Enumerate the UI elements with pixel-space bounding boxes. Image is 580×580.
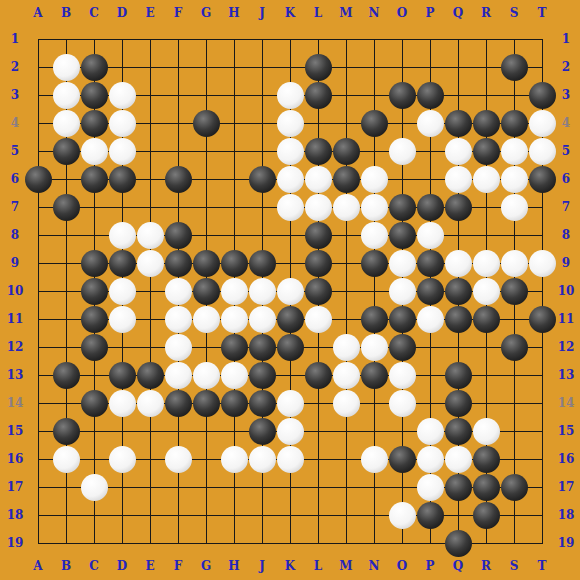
col-label-top-M: M <box>335 6 357 20</box>
stone-black-J9[interactable] <box>249 250 276 277</box>
stone-white-K16[interactable] <box>277 446 304 473</box>
stone-black-S2[interactable] <box>501 54 528 81</box>
stone-black-E13[interactable] <box>137 362 164 389</box>
stone-black-G9[interactable] <box>193 250 220 277</box>
stone-white-M13[interactable] <box>333 362 360 389</box>
stone-white-N8[interactable] <box>361 222 388 249</box>
stone-white-F11[interactable] <box>165 306 192 333</box>
row-label-right-3: 3 <box>555 88 577 102</box>
stone-white-P4[interactable] <box>417 110 444 137</box>
row-label-left-19: 19 <box>4 536 26 550</box>
stone-white-C5[interactable] <box>81 138 108 165</box>
stone-black-L8[interactable] <box>305 222 332 249</box>
stone-white-G13[interactable] <box>193 362 220 389</box>
stone-white-S7[interactable] <box>501 194 528 221</box>
stone-white-F10[interactable] <box>165 278 192 305</box>
stone-black-F9[interactable] <box>165 250 192 277</box>
stone-white-S9[interactable] <box>501 250 528 277</box>
col-label-top-K: K <box>279 6 301 20</box>
stone-black-F14[interactable] <box>165 390 192 417</box>
stone-black-Q11[interactable] <box>445 306 472 333</box>
col-label-top-B: B <box>55 6 77 20</box>
row-label-left-12: 12 <box>4 340 26 354</box>
stone-white-P8[interactable] <box>417 222 444 249</box>
stone-black-D6[interactable] <box>109 166 136 193</box>
col-label-top-Q: Q <box>447 6 469 20</box>
stone-black-H9[interactable] <box>221 250 248 277</box>
col-label-bottom-A: A <box>27 559 49 573</box>
col-label-bottom-O: O <box>391 559 413 573</box>
stone-black-S4[interactable] <box>501 110 528 137</box>
col-label-top-F: F <box>167 6 189 20</box>
stone-white-P16[interactable] <box>417 446 444 473</box>
stone-black-K12[interactable] <box>277 334 304 361</box>
col-label-bottom-Q: Q <box>447 559 469 573</box>
col-label-bottom-K: K <box>279 559 301 573</box>
stone-black-P7[interactable] <box>417 194 444 221</box>
stone-white-O5[interactable] <box>389 138 416 165</box>
stone-black-G14[interactable] <box>193 390 220 417</box>
stone-white-O13[interactable] <box>389 362 416 389</box>
stone-white-H13[interactable] <box>221 362 248 389</box>
stone-white-N6[interactable] <box>361 166 388 193</box>
stone-black-Q19[interactable] <box>445 530 472 557</box>
col-label-bottom-L: L <box>307 559 329 573</box>
col-label-bottom-G: G <box>195 559 217 573</box>
stone-white-J16[interactable] <box>249 446 276 473</box>
stone-black-S17[interactable] <box>501 474 528 501</box>
stone-black-J15[interactable] <box>249 418 276 445</box>
stone-black-S12[interactable] <box>501 334 528 361</box>
col-label-top-S: S <box>503 6 525 20</box>
row-label-right-7: 7 <box>555 200 577 214</box>
stone-white-J11[interactable] <box>249 306 276 333</box>
stone-white-D14[interactable] <box>109 390 136 417</box>
stone-white-D8[interactable] <box>109 222 136 249</box>
stone-white-F13[interactable] <box>165 362 192 389</box>
stone-white-N12[interactable] <box>361 334 388 361</box>
stone-black-Q4[interactable] <box>445 110 472 137</box>
stone-black-O3[interactable] <box>389 82 416 109</box>
stone-white-F16[interactable] <box>165 446 192 473</box>
stone-black-R5[interactable] <box>473 138 500 165</box>
col-label-top-P: P <box>419 6 441 20</box>
stone-white-T9[interactable] <box>529 250 556 277</box>
row-label-left-8: 8 <box>4 228 26 242</box>
stone-black-C10[interactable] <box>81 278 108 305</box>
stone-black-R16[interactable] <box>473 446 500 473</box>
stone-white-P17[interactable] <box>417 474 444 501</box>
stone-white-M14[interactable] <box>333 390 360 417</box>
row-label-left-9: 9 <box>4 256 26 270</box>
stone-white-Q5[interactable] <box>445 138 472 165</box>
stone-black-B7[interactable] <box>53 194 80 221</box>
stone-black-N4[interactable] <box>361 110 388 137</box>
stone-black-C11[interactable] <box>81 306 108 333</box>
stone-white-H10[interactable] <box>221 278 248 305</box>
row-label-left-6: 6 <box>4 172 26 186</box>
stone-white-D10[interactable] <box>109 278 136 305</box>
row-label-right-1: 1 <box>555 32 577 46</box>
col-label-bottom-H: H <box>223 559 245 573</box>
row-label-right-18: 18 <box>555 508 577 522</box>
stone-black-L3[interactable] <box>305 82 332 109</box>
stone-black-C2[interactable] <box>81 54 108 81</box>
stone-white-R15[interactable] <box>473 418 500 445</box>
row-label-right-2: 2 <box>555 60 577 74</box>
stone-black-O12[interactable] <box>389 334 416 361</box>
col-label-top-N: N <box>363 6 385 20</box>
stone-white-H16[interactable] <box>221 446 248 473</box>
row-label-left-7: 7 <box>4 200 26 214</box>
stone-white-K5[interactable] <box>277 138 304 165</box>
col-label-top-J: J <box>251 6 273 20</box>
stone-black-C3[interactable] <box>81 82 108 109</box>
stone-white-E8[interactable] <box>137 222 164 249</box>
stone-black-L10[interactable] <box>305 278 332 305</box>
stone-white-B3[interactable] <box>53 82 80 109</box>
col-label-top-L: L <box>307 6 329 20</box>
stone-white-B16[interactable] <box>53 446 80 473</box>
row-label-right-16: 16 <box>555 452 577 466</box>
stone-white-K4[interactable] <box>277 110 304 137</box>
col-label-bottom-M: M <box>335 559 357 573</box>
stone-white-D11[interactable] <box>109 306 136 333</box>
stone-white-B4[interactable] <box>53 110 80 137</box>
stone-white-P11[interactable] <box>417 306 444 333</box>
stone-white-J10[interactable] <box>249 278 276 305</box>
stone-white-K6[interactable] <box>277 166 304 193</box>
col-label-top-O: O <box>391 6 413 20</box>
col-label-bottom-D: D <box>111 559 133 573</box>
stone-black-L2[interactable] <box>305 54 332 81</box>
stone-black-G4[interactable] <box>193 110 220 137</box>
stone-black-J6[interactable] <box>249 166 276 193</box>
row-label-right-6: 6 <box>555 172 577 186</box>
col-label-bottom-C: C <box>83 559 105 573</box>
stone-black-C12[interactable] <box>81 334 108 361</box>
stone-white-R9[interactable] <box>473 250 500 277</box>
stone-black-G10[interactable] <box>193 278 220 305</box>
col-label-top-A: A <box>27 6 49 20</box>
stone-white-K3[interactable] <box>277 82 304 109</box>
stone-black-B13[interactable] <box>53 362 80 389</box>
row-label-left-3: 3 <box>4 88 26 102</box>
stone-black-Q10[interactable] <box>445 278 472 305</box>
col-label-top-T: T <box>531 6 553 20</box>
stone-white-N16[interactable] <box>361 446 388 473</box>
stone-white-E14[interactable] <box>137 390 164 417</box>
stone-black-C4[interactable] <box>81 110 108 137</box>
stone-black-R17[interactable] <box>473 474 500 501</box>
row-label-left-1: 1 <box>4 32 26 46</box>
stone-black-H14[interactable] <box>221 390 248 417</box>
stone-black-L5[interactable] <box>305 138 332 165</box>
stone-black-R11[interactable] <box>473 306 500 333</box>
stone-white-F12[interactable] <box>165 334 192 361</box>
stone-black-J12[interactable] <box>249 334 276 361</box>
stone-black-D9[interactable] <box>109 250 136 277</box>
col-label-top-G: G <box>195 6 217 20</box>
stone-white-Q9[interactable] <box>445 250 472 277</box>
stone-black-J14[interactable] <box>249 390 276 417</box>
stone-black-O11[interactable] <box>389 306 416 333</box>
row-label-right-19: 19 <box>555 536 577 550</box>
stone-black-F8[interactable] <box>165 222 192 249</box>
row-label-left-2: 2 <box>4 60 26 74</box>
row-label-left-14: 14 <box>4 396 26 410</box>
stone-black-O8[interactable] <box>389 222 416 249</box>
stone-white-D4[interactable] <box>109 110 136 137</box>
stone-black-B15[interactable] <box>53 418 80 445</box>
row-label-left-17: 17 <box>4 480 26 494</box>
row-label-right-12: 12 <box>555 340 577 354</box>
col-label-top-H: H <box>223 6 245 20</box>
row-label-left-5: 5 <box>4 144 26 158</box>
row-label-right-11: 11 <box>555 312 577 326</box>
stone-black-T11[interactable] <box>529 306 556 333</box>
stone-white-N7[interactable] <box>361 194 388 221</box>
stone-black-P3[interactable] <box>417 82 444 109</box>
col-label-top-E: E <box>139 6 161 20</box>
stone-black-S10[interactable] <box>501 278 528 305</box>
row-label-left-16: 16 <box>4 452 26 466</box>
stone-black-N13[interactable] <box>361 362 388 389</box>
stone-black-T3[interactable] <box>529 82 556 109</box>
stone-white-K14[interactable] <box>277 390 304 417</box>
stone-white-Q6[interactable] <box>445 166 472 193</box>
col-label-top-C: C <box>83 6 105 20</box>
row-label-left-11: 11 <box>4 312 26 326</box>
stone-black-N11[interactable] <box>361 306 388 333</box>
stone-black-N9[interactable] <box>361 250 388 277</box>
row-label-right-4: 4 <box>555 116 577 130</box>
row-label-right-15: 15 <box>555 424 577 438</box>
stone-black-D13[interactable] <box>109 362 136 389</box>
col-label-bottom-S: S <box>503 559 525 573</box>
stone-white-H11[interactable] <box>221 306 248 333</box>
stone-black-O7[interactable] <box>389 194 416 221</box>
stone-white-T4[interactable] <box>529 110 556 137</box>
stone-black-R18[interactable] <box>473 502 500 529</box>
stone-black-A6[interactable] <box>25 166 52 193</box>
row-label-right-9: 9 <box>555 256 577 270</box>
row-label-right-14: 14 <box>555 396 577 410</box>
stone-black-Q7[interactable] <box>445 194 472 221</box>
stone-white-T5[interactable] <box>529 138 556 165</box>
stone-white-C17[interactable] <box>81 474 108 501</box>
stone-black-P18[interactable] <box>417 502 444 529</box>
stone-white-O10[interactable] <box>389 278 416 305</box>
stone-white-L11[interactable] <box>305 306 332 333</box>
stone-white-K15[interactable] <box>277 418 304 445</box>
col-label-bottom-P: P <box>419 559 441 573</box>
stone-white-E9[interactable] <box>137 250 164 277</box>
stone-black-F6[interactable] <box>165 166 192 193</box>
row-label-right-5: 5 <box>555 144 577 158</box>
stone-white-K7[interactable] <box>277 194 304 221</box>
row-label-right-13: 13 <box>555 368 577 382</box>
row-label-right-8: 8 <box>555 228 577 242</box>
stone-black-J13[interactable] <box>249 362 276 389</box>
stone-black-Q15[interactable] <box>445 418 472 445</box>
col-label-bottom-F: F <box>167 559 189 573</box>
stone-white-Q16[interactable] <box>445 446 472 473</box>
stone-white-O18[interactable] <box>389 502 416 529</box>
stone-black-Q13[interactable] <box>445 362 472 389</box>
stone-white-P15[interactable] <box>417 418 444 445</box>
stone-white-G11[interactable] <box>193 306 220 333</box>
go-board: AABBCCDDEEFFGGHHJJKKLLMMNNOOPPQQRRSSTT11… <box>0 0 580 580</box>
stone-black-K11[interactable] <box>277 306 304 333</box>
stone-white-L6[interactable] <box>305 166 332 193</box>
col-label-bottom-T: T <box>531 559 553 573</box>
col-label-bottom-E: E <box>139 559 161 573</box>
stone-white-O9[interactable] <box>389 250 416 277</box>
stone-black-R4[interactable] <box>473 110 500 137</box>
stone-black-M5[interactable] <box>333 138 360 165</box>
stone-white-S6[interactable] <box>501 166 528 193</box>
col-label-bottom-J: J <box>251 559 273 573</box>
row-label-left-13: 13 <box>4 368 26 382</box>
stone-black-M6[interactable] <box>333 166 360 193</box>
row-label-right-17: 17 <box>555 480 577 494</box>
stone-white-R10[interactable] <box>473 278 500 305</box>
stone-black-O16[interactable] <box>389 446 416 473</box>
stone-black-Q17[interactable] <box>445 474 472 501</box>
stone-black-P10[interactable] <box>417 278 444 305</box>
stone-white-M7[interactable] <box>333 194 360 221</box>
row-label-left-4: 4 <box>4 116 26 130</box>
stone-white-R6[interactable] <box>473 166 500 193</box>
col-label-bottom-R: R <box>475 559 497 573</box>
col-label-top-D: D <box>111 6 133 20</box>
row-label-left-10: 10 <box>4 284 26 298</box>
col-label-bottom-N: N <box>363 559 385 573</box>
stone-black-B5[interactable] <box>53 138 80 165</box>
row-label-right-10: 10 <box>555 284 577 298</box>
stone-black-P9[interactable] <box>417 250 444 277</box>
stone-white-D5[interactable] <box>109 138 136 165</box>
stone-white-B2[interactable] <box>53 54 80 81</box>
stone-black-C9[interactable] <box>81 250 108 277</box>
stone-white-L7[interactable] <box>305 194 332 221</box>
stone-black-H12[interactable] <box>221 334 248 361</box>
stone-white-O14[interactable] <box>389 390 416 417</box>
stone-white-M12[interactable] <box>333 334 360 361</box>
col-label-bottom-B: B <box>55 559 77 573</box>
stone-black-Q14[interactable] <box>445 390 472 417</box>
stone-white-S5[interactable] <box>501 138 528 165</box>
stone-black-L13[interactable] <box>305 362 332 389</box>
col-label-top-R: R <box>475 6 497 20</box>
stone-black-L9[interactable] <box>305 250 332 277</box>
stone-black-C14[interactable] <box>81 390 108 417</box>
stone-white-K10[interactable] <box>277 278 304 305</box>
stone-black-C6[interactable] <box>81 166 108 193</box>
stone-white-D3[interactable] <box>109 82 136 109</box>
stone-black-T6[interactable] <box>529 166 556 193</box>
stone-white-D16[interactable] <box>109 446 136 473</box>
row-label-left-15: 15 <box>4 424 26 438</box>
row-label-left-18: 18 <box>4 508 26 522</box>
